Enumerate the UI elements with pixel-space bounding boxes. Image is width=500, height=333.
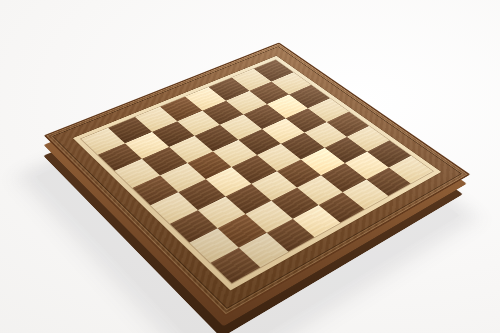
chessboard-photo (76, 0, 438, 321)
board-frame (44, 43, 471, 317)
chess-board (44, 43, 471, 317)
